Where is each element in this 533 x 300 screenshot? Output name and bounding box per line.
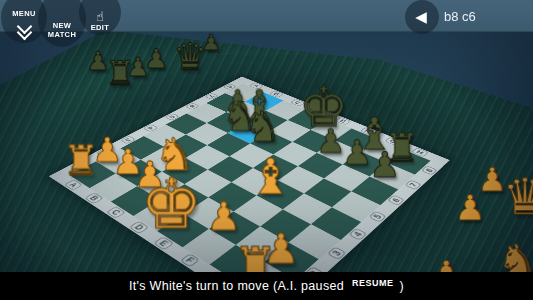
- resume-button[interactable]: RESUME: [352, 278, 394, 288]
- edit-button[interactable]: ☝ EDIT: [79, 0, 121, 35]
- undo-back-button[interactable]: ◀: [405, 0, 439, 34]
- status-bar: It's White's turn to move (A.I. paused R…: [0, 272, 533, 300]
- edit-button-label: EDIT: [91, 24, 110, 33]
- piece-white-rook[interactable]: ♜: [63, 140, 100, 181]
- status-text: It's White's turn to move (A.I. paused: [129, 279, 344, 293]
- status-text-suffix: ): [399, 279, 403, 293]
- double-chevron-down-icon: [19, 21, 30, 38]
- piece-white-bishop[interactable]: ♝: [249, 152, 293, 201]
- top-bar: MENU NEW MATCH ☝ EDIT ◀ b8 c6: [0, 0, 533, 32]
- menu-button-label: MENU: [12, 10, 36, 19]
- captured-white-queen: ♛: [503, 172, 533, 222]
- piece-black-knight[interactable]: ♞: [244, 106, 282, 148]
- captured-white-pawn: ♟: [454, 191, 485, 226]
- hand-pointer-icon: ☝: [96, 10, 104, 23]
- piece-black-pawn[interactable]: ♟: [342, 135, 373, 169]
- piece-white-king[interactable]: ♚: [140, 169, 202, 238]
- back-triangle-icon: ◀: [415, 10, 427, 25]
- piece-white-pawn[interactable]: ♟: [206, 196, 241, 235]
- last-move-text: b8 c6: [444, 9, 476, 24]
- game-scene: ♟♜♟♟♛♟ ♟♟♛♞♟ ABCDEFGH8♚♝♜87♟♝♟♟♟76♞♞6554…: [0, 0, 533, 300]
- piece-black-pawn[interactable]: ♟: [369, 147, 400, 182]
- new-match-label-line2: MATCH: [48, 31, 77, 40]
